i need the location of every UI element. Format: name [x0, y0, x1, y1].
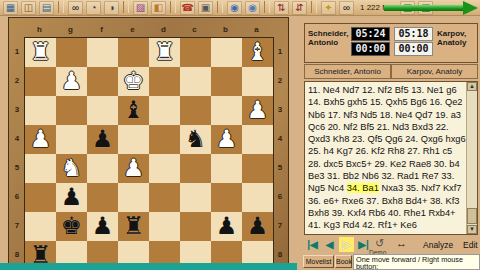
square-e5[interactable]: ♟	[118, 154, 149, 183]
square-e2[interactable]: ♚	[118, 67, 149, 96]
scrollbar-thumb[interactable]	[467, 208, 477, 224]
tab-movelist[interactable]: Movelist	[303, 255, 334, 268]
tooltip: One move forward / Right mouse button: 5…	[353, 254, 480, 270]
square-d5[interactable]	[149, 154, 180, 183]
rank-coordinates-left: 12345678	[11, 37, 23, 269]
rank-label-7: 7	[11, 211, 23, 240]
file-coordinates: hgfedcba	[24, 25, 272, 34]
square-g6[interactable]: ♟	[56, 183, 87, 212]
sphere-icon[interactable]: ◉	[227, 1, 242, 15]
square-d6[interactable]	[149, 183, 180, 212]
player-name-bar: Schneider, Antonio Karpov, Anatoly	[304, 64, 478, 79]
current-move[interactable]: 34. Ba1	[347, 183, 379, 193]
square-c5[interactable]	[180, 154, 211, 183]
square-g5[interactable]: ♞	[56, 154, 87, 183]
file-label-c: c	[179, 25, 210, 34]
black-bishop[interactable]: ♝	[118, 96, 149, 125]
move-list[interactable]: 11. Ne4 Nd7 12. Nf2 Bf5 13. Ne1 g6 14. B…	[308, 84, 466, 232]
square-h1[interactable]: ♜	[25, 38, 56, 67]
square-c7[interactable]	[180, 212, 211, 241]
rank-label-1: 1	[274, 37, 286, 66]
square-a4[interactable]	[242, 125, 273, 154]
bulb-icon[interactable]: ✦	[321, 1, 336, 15]
rank-coordinates-right: 12345678	[274, 37, 286, 269]
square-e3[interactable]: ♝	[118, 96, 149, 125]
square-f1[interactable]	[87, 38, 118, 67]
white-rook[interactable]: ♜	[149, 38, 180, 67]
black-clock-sub: 00:00	[394, 42, 433, 56]
black-name-button[interactable]: Karpov, Anatoly	[391, 64, 478, 79]
toolbar-separator	[170, 1, 176, 13]
black-clock: 05:18 00:00	[394, 27, 433, 59]
infinity-icon[interactable]: ∞	[339, 1, 354, 15]
analyze-button[interactable]: Analyze	[423, 240, 453, 250]
white-clock: 05:24 00:00	[351, 27, 390, 59]
square-b4[interactable]: ♟	[211, 125, 242, 154]
black-pawn[interactable]: ♟	[211, 212, 242, 241]
move-list-scrollbar[interactable]: ▲ ▼	[466, 82, 477, 234]
file-label-g: g	[55, 25, 86, 34]
glasses-icon[interactable]: ∞	[68, 1, 83, 15]
file-label-e: e	[117, 25, 148, 34]
rank-label-4: 4	[274, 124, 286, 153]
file-label-d: d	[148, 25, 179, 34]
panel-footer: Movelist Book One move forward / Right m…	[303, 254, 480, 270]
clock-panel: Schneider, Antonio 05:24 00:00 05:18 00:…	[304, 23, 478, 63]
square-a2[interactable]	[242, 67, 273, 96]
square-g2[interactable]: ♟	[56, 67, 87, 96]
chess-board-frame: hgfedcba 12345678 12345678 ♜♜♝♟♚♝♟♟♟♞♟♞♟…	[8, 17, 289, 264]
scroll-down-icon[interactable]: ▼	[467, 225, 477, 234]
square-g1[interactable]	[56, 38, 87, 67]
square-h3[interactable]	[25, 96, 56, 125]
square-b3[interactable]	[211, 96, 242, 125]
white-bishop[interactable]: ♝	[242, 38, 273, 67]
square-h6[interactable]	[25, 183, 56, 212]
square-g7[interactable]: ♚	[56, 212, 87, 241]
file-label-b: b	[210, 25, 241, 34]
rank-label-3: 3	[274, 95, 286, 124]
white-knight[interactable]: ♞	[56, 154, 87, 183]
white-clock-sub: 00:00	[351, 42, 390, 56]
square-e4[interactable]	[118, 125, 149, 154]
move-back-button[interactable]: ◀	[322, 237, 337, 252]
square-e6[interactable]	[118, 183, 149, 212]
toolbar-separator	[264, 1, 270, 13]
toolbar-separator	[58, 1, 64, 13]
rank-label-5: 5	[11, 153, 23, 182]
white-king[interactable]: ♚	[118, 67, 149, 96]
black-king[interactable]: ♚	[56, 212, 87, 241]
white-pawn[interactable]: ♟	[242, 96, 273, 125]
clock-equal-icon[interactable]: ◑	[104, 1, 119, 15]
rank-label-3: 3	[11, 95, 23, 124]
file-label-f: f	[86, 25, 117, 34]
square-d7[interactable]	[149, 212, 180, 241]
square-d3[interactable]	[149, 96, 180, 125]
square-b7[interactable]: ♟	[211, 212, 242, 241]
square-g3[interactable]	[56, 96, 87, 125]
black-pawn[interactable]: ♟	[87, 212, 118, 241]
evaluation-arrow	[384, 5, 464, 11]
evaluation-arrow-head	[463, 1, 478, 15]
scroll-up-icon[interactable]: ▲	[467, 82, 477, 91]
square-c6[interactable]	[180, 183, 211, 212]
toolbar-icons: ▦◫▤∞◔◑▨◧☎▣◉◉⇅⇵✦∞	[3, 1, 354, 15]
rank-label-2: 2	[274, 66, 286, 95]
clock-half-icon[interactable]: ◔	[86, 1, 101, 15]
white-name-button[interactable]: Schneider, Antonio	[304, 64, 391, 79]
square-b5[interactable]	[211, 154, 242, 183]
square-h5[interactable]	[25, 154, 56, 183]
square-b2[interactable]	[211, 67, 242, 96]
board-window-icon[interactable]: ▦	[3, 1, 18, 15]
square-h7[interactable]	[25, 212, 56, 241]
toolbar-separator	[311, 1, 317, 13]
square-e1[interactable]	[118, 38, 149, 67]
tab-book[interactable]: Book	[335, 255, 352, 268]
rank-label-5: 5	[274, 153, 286, 182]
chess-board[interactable]: ♜♜♝♟♚♝♟♟♟♞♟♞♟♟♚♟♜♟♟♜	[24, 37, 274, 270]
square-d1[interactable]: ♜	[149, 38, 180, 67]
board-arrow-icon[interactable]: ▤	[39, 1, 54, 15]
white-pawn[interactable]: ♟	[211, 125, 242, 154]
tooltip-line1: One move forward / Right mouse button:	[356, 256, 477, 270]
move-list-panel: 11. Ne4 Nd7 12. Nf2 Bf5 13. Ne1 g6 14. B…	[304, 81, 478, 235]
gradient-board-icon[interactable]: ◧	[151, 1, 166, 15]
status-strip	[0, 263, 297, 270]
square-f2[interactable]	[87, 67, 118, 96]
sort-arrows2-icon[interactable]: ⇵	[292, 1, 307, 15]
square-a1[interactable]: ♝	[242, 38, 273, 67]
rank-label-6: 6	[274, 182, 286, 211]
navigation-toolbar: |◀ ◀ ▷ ▶| ↺ ↔ Demo Analyze Edit	[303, 237, 480, 254]
rank-label-4: 4	[11, 124, 23, 153]
black-pawn[interactable]: ♟	[242, 212, 273, 241]
sphere2-icon[interactable]: ◉	[245, 1, 260, 15]
rank-label-1: 1	[11, 37, 23, 66]
edit-button[interactable]: Edit	[463, 240, 478, 250]
white-pawn[interactable]: ♟	[56, 67, 87, 96]
square-a7[interactable]: ♟	[242, 212, 273, 241]
square-f6[interactable]	[87, 183, 118, 212]
white-rook[interactable]: ♜	[25, 38, 56, 67]
black-clock-main: 05:18	[394, 27, 433, 41]
application-window: ▦◫▤∞◔◑▨◧☎▣◉◉⇅⇵✦∞ 1 222 MB ▦▩ hgfedcba 12…	[0, 0, 480, 270]
file-label-a: a	[241, 25, 272, 34]
white-clock-main: 05:24	[351, 27, 390, 41]
black-knight[interactable]: ♞	[180, 125, 211, 154]
black-pawn[interactable]: ♟	[56, 183, 87, 212]
white-pawn[interactable]: ♟	[118, 154, 149, 183]
square-h2[interactable]	[25, 67, 56, 96]
square-h4[interactable]: ♟	[25, 125, 56, 154]
black-pawn[interactable]: ♟	[87, 125, 118, 154]
black-player-name: Karpov, Anatoly	[437, 29, 480, 47]
black-rook[interactable]: ♜	[118, 212, 149, 241]
square-a6[interactable]	[242, 183, 273, 212]
square-b1[interactable]	[211, 38, 242, 67]
white-pawn[interactable]: ♟	[25, 125, 56, 154]
moves-before-current[interactable]: 11. Ne4 Nd7 12. Nf2 Bf5 13. Ne1 g6 14. B…	[308, 85, 466, 193]
square-a3[interactable]: ♟	[242, 96, 273, 125]
swap-sides-icon[interactable]: ↔	[396, 237, 407, 249]
file-label-h: h	[24, 25, 55, 34]
square-c1[interactable]	[180, 38, 211, 67]
square-d2[interactable]	[149, 67, 180, 96]
square-c4[interactable]: ♞	[180, 125, 211, 154]
rank-label-2: 2	[11, 66, 23, 95]
sort-arrows-icon[interactable]: ⇅	[274, 1, 289, 15]
white-player-name: Schneider, Antonio	[308, 29, 352, 47]
square-f3[interactable]	[87, 96, 118, 125]
square-c2[interactable]	[180, 67, 211, 96]
camera-icon[interactable]: ▣	[198, 1, 213, 15]
rank-label-6: 6	[11, 182, 23, 211]
first-move-button[interactable]: |◀	[305, 237, 320, 252]
move-forward-button[interactable]: ▷	[339, 237, 354, 252]
rank-label-7: 7	[274, 211, 286, 240]
square-f4[interactable]: ♟	[87, 125, 118, 154]
square-e7[interactable]: ♜	[118, 212, 149, 241]
square-d4[interactable]	[149, 125, 180, 154]
toolbar-separator	[217, 1, 223, 13]
square-a5[interactable]	[242, 154, 273, 183]
square-f5[interactable]	[87, 154, 118, 183]
square-f7[interactable]: ♟	[87, 212, 118, 241]
database-icon[interactable]: ◫	[21, 1, 36, 15]
toolbar-separator	[123, 1, 129, 13]
palette-icon[interactable]: ▨	[133, 1, 148, 15]
phone-icon[interactable]: ☎	[180, 1, 195, 15]
square-b6[interactable]	[211, 183, 242, 212]
game-panel: Schneider, Antonio 05:24 00:00 05:18 00:…	[303, 17, 480, 270]
square-g4[interactable]	[56, 125, 87, 154]
square-c3[interactable]	[180, 96, 211, 125]
